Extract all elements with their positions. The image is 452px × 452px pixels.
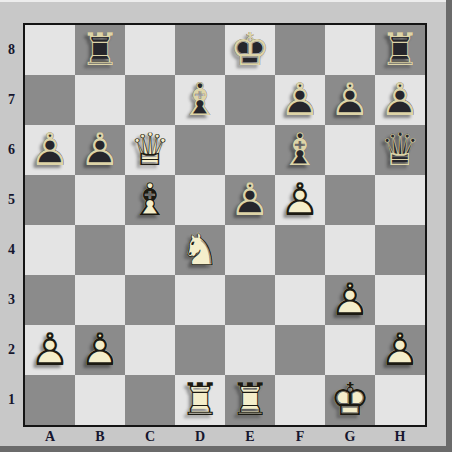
rank-label-2: 2 — [0, 325, 23, 375]
square-d1[interactable]: ♜♖ — [175, 375, 225, 425]
square-f1[interactable] — [275, 375, 325, 425]
square-e4[interactable] — [225, 225, 275, 275]
black-queen[interactable]: ♛♕ — [375, 125, 425, 175]
square-h4[interactable] — [375, 225, 425, 275]
square-g3[interactable]: ♟♙ — [325, 275, 375, 325]
square-b8[interactable]: ♜♖ — [75, 25, 125, 75]
piece-base-glyph: ♞ — [175, 225, 225, 275]
rank-label-7: 7 — [0, 75, 23, 125]
square-e2[interactable] — [225, 325, 275, 375]
white-knight[interactable]: ♞♘ — [175, 225, 225, 275]
square-b2[interactable]: ♟♙ — [75, 325, 125, 375]
piece-base-glyph: ♟ — [325, 275, 375, 325]
square-g8[interactable] — [325, 25, 375, 75]
square-h6[interactable]: ♛♕ — [375, 125, 425, 175]
piece-base-glyph: ♟ — [25, 125, 75, 175]
piece-base-glyph: ♛ — [125, 125, 175, 175]
square-e3[interactable] — [225, 275, 275, 325]
square-c2[interactable] — [125, 325, 175, 375]
piece-base-glyph: ♝ — [125, 175, 175, 225]
square-g6[interactable] — [325, 125, 375, 175]
square-d3[interactable] — [175, 275, 225, 325]
piece-detail-glyph: ♘ — [175, 225, 225, 275]
square-b3[interactable] — [75, 275, 125, 325]
piece-detail-glyph: ♔ — [225, 25, 275, 75]
white-pawn[interactable]: ♟♙ — [325, 275, 375, 325]
square-d2[interactable] — [175, 325, 225, 375]
square-c5[interactable]: ♝♗ — [125, 175, 175, 225]
square-c1[interactable] — [125, 375, 175, 425]
square-c7[interactable] — [125, 75, 175, 125]
piece-base-glyph: ♛ — [375, 125, 425, 175]
piece-detail-glyph: ♙ — [325, 75, 375, 125]
piece-base-glyph: ♟ — [375, 75, 425, 125]
rank-label-1: 1 — [0, 375, 23, 425]
piece-detail-glyph: ♙ — [325, 275, 375, 325]
square-f7[interactable]: ♟♙ — [275, 75, 325, 125]
square-a4[interactable] — [25, 225, 75, 275]
square-h1[interactable] — [375, 375, 425, 425]
black-pawn[interactable]: ♟♙ — [75, 125, 125, 175]
file-label-g: G — [325, 427, 375, 446]
white-pawn[interactable]: ♟♙ — [275, 175, 325, 225]
piece-detail-glyph: ♖ — [175, 375, 225, 425]
square-e8[interactable]: ♚♔ — [225, 25, 275, 75]
square-h7[interactable]: ♟♙ — [375, 75, 425, 125]
white-bishop[interactable]: ♝♗ — [125, 175, 175, 225]
square-b5[interactable] — [75, 175, 125, 225]
piece-detail-glyph: ♖ — [225, 375, 275, 425]
piece-base-glyph: ♝ — [175, 75, 225, 125]
rank-label-8: 8 — [0, 25, 23, 75]
rank-label-5: 5 — [0, 175, 23, 225]
piece-detail-glyph: ♗ — [175, 75, 225, 125]
square-c4[interactable] — [125, 225, 175, 275]
square-h8[interactable]: ♜♖ — [375, 25, 425, 75]
piece-detail-glyph: ♙ — [275, 75, 325, 125]
square-b4[interactable] — [75, 225, 125, 275]
square-a6[interactable]: ♟♙ — [25, 125, 75, 175]
square-a5[interactable] — [25, 175, 75, 225]
file-label-c: C — [125, 427, 175, 446]
square-a8[interactable] — [25, 25, 75, 75]
black-bishop[interactable]: ♝♗ — [275, 125, 325, 175]
piece-base-glyph: ♟ — [225, 175, 275, 225]
square-d5[interactable] — [175, 175, 225, 225]
piece-detail-glyph: ♙ — [275, 175, 325, 225]
file-label-e: E — [225, 427, 275, 446]
square-e6[interactable] — [225, 125, 275, 175]
black-pawn[interactable]: ♟♙ — [25, 125, 75, 175]
piece-detail-glyph: ♙ — [375, 325, 425, 375]
square-b1[interactable] — [75, 375, 125, 425]
square-c6[interactable]: ♛♕ — [125, 125, 175, 175]
square-g4[interactable] — [325, 225, 375, 275]
piece-detail-glyph: ♕ — [125, 125, 175, 175]
square-d7[interactable]: ♝♗ — [175, 75, 225, 125]
black-pawn[interactable]: ♟♙ — [325, 75, 375, 125]
square-h5[interactable] — [375, 175, 425, 225]
piece-base-glyph: ♟ — [375, 325, 425, 375]
rank-label-4: 4 — [0, 225, 23, 275]
white-pawn[interactable]: ♟♙ — [375, 325, 425, 375]
square-f2[interactable] — [275, 325, 325, 375]
square-b7[interactable] — [75, 75, 125, 125]
square-f5[interactable]: ♟♙ — [275, 175, 325, 225]
piece-base-glyph: ♜ — [75, 25, 125, 75]
square-a2[interactable]: ♟♙ — [25, 325, 75, 375]
black-pawn[interactable]: ♟♙ — [275, 75, 325, 125]
square-b6[interactable]: ♟♙ — [75, 125, 125, 175]
square-e5[interactable]: ♟♙ — [225, 175, 275, 225]
piece-detail-glyph: ♙ — [25, 125, 75, 175]
piece-base-glyph: ♜ — [175, 375, 225, 425]
square-f3[interactable] — [275, 275, 325, 325]
file-label-b: B — [75, 427, 125, 446]
square-d6[interactable] — [175, 125, 225, 175]
white-rook[interactable]: ♜♖ — [175, 375, 225, 425]
square-a3[interactable] — [25, 275, 75, 325]
piece-base-glyph: ♚ — [325, 375, 375, 425]
piece-detail-glyph: ♗ — [275, 125, 325, 175]
square-d8[interactable] — [175, 25, 225, 75]
black-pawn[interactable]: ♟♙ — [225, 175, 275, 225]
rank-labels: 87654321 — [0, 25, 23, 425]
white-pawn[interactable]: ♟♙ — [25, 325, 75, 375]
square-c8[interactable] — [125, 25, 175, 75]
white-pawn[interactable]: ♟♙ — [75, 325, 125, 375]
piece-base-glyph: ♟ — [75, 125, 125, 175]
piece-detail-glyph: ♙ — [75, 325, 125, 375]
white-king[interactable]: ♚♔ — [325, 375, 375, 425]
piece-detail-glyph: ♙ — [25, 325, 75, 375]
piece-base-glyph: ♟ — [25, 325, 75, 375]
white-rook[interactable]: ♜♖ — [225, 375, 275, 425]
square-c3[interactable] — [125, 275, 175, 325]
piece-detail-glyph: ♔ — [325, 375, 375, 425]
piece-detail-glyph: ♙ — [225, 175, 275, 225]
square-f4[interactable] — [275, 225, 325, 275]
piece-detail-glyph: ♙ — [375, 75, 425, 125]
piece-base-glyph: ♟ — [275, 75, 325, 125]
black-rook[interactable]: ♜♖ — [75, 25, 125, 75]
square-g1[interactable]: ♚♔ — [325, 375, 375, 425]
piece-base-glyph: ♜ — [225, 375, 275, 425]
piece-base-glyph: ♝ — [275, 125, 325, 175]
piece-detail-glyph: ♙ — [75, 125, 125, 175]
black-pawn[interactable]: ♟♙ — [375, 75, 425, 125]
square-f8[interactable] — [275, 25, 325, 75]
piece-base-glyph: ♟ — [325, 75, 375, 125]
square-e7[interactable] — [225, 75, 275, 125]
piece-detail-glyph: ♖ — [375, 25, 425, 75]
file-label-d: D — [175, 427, 225, 446]
black-rook[interactable]: ♜♖ — [375, 25, 425, 75]
frame-shadow-edge-bottom — [0, 446, 452, 452]
square-a7[interactable] — [25, 75, 75, 125]
square-f6[interactable]: ♝♗ — [275, 125, 325, 175]
frame-highlight-edge — [0, 0, 446, 2]
piece-base-glyph: ♟ — [275, 175, 325, 225]
black-bishop[interactable]: ♝♗ — [175, 75, 225, 125]
black-king[interactable]: ♚♔ — [225, 25, 275, 75]
piece-detail-glyph: ♕ — [375, 125, 425, 175]
piece-base-glyph: ♜ — [375, 25, 425, 75]
file-label-h: H — [375, 427, 425, 446]
square-g2[interactable] — [325, 325, 375, 375]
chess-board: ♜♖♚♔♜♖♝♗♟♙♟♙♟♙♟♙♟♙♛♕♝♗♛♕♝♗♟♙♟♙♞♘♟♙♟♙♟♙♟♙… — [23, 23, 427, 427]
square-h3[interactable] — [375, 275, 425, 325]
square-e1[interactable]: ♜♖ — [225, 375, 275, 425]
file-label-f: F — [275, 427, 325, 446]
square-h2[interactable]: ♟♙ — [375, 325, 425, 375]
piece-base-glyph: ♚ — [225, 25, 275, 75]
frame-shadow-edge-right — [446, 0, 452, 452]
white-queen[interactable]: ♛♕ — [125, 125, 175, 175]
piece-detail-glyph: ♖ — [75, 25, 125, 75]
file-label-a: A — [25, 427, 75, 446]
rank-label-3: 3 — [0, 275, 23, 325]
rank-label-6: 6 — [0, 125, 23, 175]
square-g7[interactable]: ♟♙ — [325, 75, 375, 125]
square-g5[interactable] — [325, 175, 375, 225]
square-a1[interactable] — [25, 375, 75, 425]
file-labels: ABCDEFGH — [25, 427, 425, 446]
square-d4[interactable]: ♞♘ — [175, 225, 225, 275]
board-frame: ♜♖♚♔♜♖♝♗♟♙♟♙♟♙♟♙♟♙♛♕♝♗♛♕♝♗♟♙♟♙♞♘♟♙♟♙♟♙♟♙… — [0, 0, 452, 452]
piece-detail-glyph: ♗ — [125, 175, 175, 225]
piece-base-glyph: ♟ — [75, 325, 125, 375]
